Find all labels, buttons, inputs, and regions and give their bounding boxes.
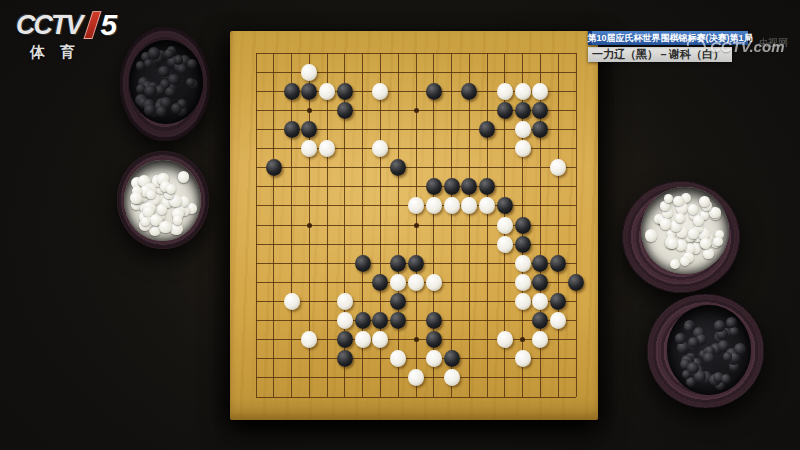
bowl-stone-white xyxy=(673,196,683,206)
stone-white xyxy=(408,197,424,214)
stone-white xyxy=(337,312,353,329)
bowl-stone-black xyxy=(714,320,725,331)
stone-white xyxy=(408,369,424,386)
bowl-stone-white xyxy=(178,172,190,184)
bowl-stone-black xyxy=(726,318,736,328)
stone-black xyxy=(532,255,548,272)
stone-white xyxy=(355,331,371,348)
bowl-stone-white xyxy=(645,229,657,241)
stone-white xyxy=(497,331,513,348)
bowl-stone-black xyxy=(186,78,195,87)
bowl-white-right xyxy=(622,181,740,293)
stone-black xyxy=(390,312,406,329)
stone-black xyxy=(284,121,300,138)
stone-black xyxy=(550,255,566,272)
stone-black xyxy=(532,312,548,329)
stone-white xyxy=(515,140,531,157)
bowl-stone-black xyxy=(156,106,168,118)
stones-layer xyxy=(230,31,598,420)
stone-white xyxy=(301,140,317,157)
cctv-logo-slash-icon xyxy=(83,11,101,39)
bowl-stone-black xyxy=(165,87,175,97)
stone-black xyxy=(390,255,406,272)
stone-black xyxy=(355,312,371,329)
bowl-stone-black xyxy=(177,64,187,74)
stone-black xyxy=(266,159,282,176)
bowl-stone-black xyxy=(158,66,170,78)
cctv5-logo: CCTV 5 体育 xyxy=(16,8,146,62)
stone-white xyxy=(532,83,548,100)
stone-black xyxy=(337,350,353,367)
bowl-stone-white xyxy=(664,194,673,203)
stone-black xyxy=(532,102,548,119)
stone-black xyxy=(372,274,388,291)
stone-white xyxy=(550,312,566,329)
stone-white xyxy=(444,197,460,214)
stone-black xyxy=(355,255,371,272)
bowl-stone-white xyxy=(159,221,171,233)
cctv-logo-subtitle: 体育 xyxy=(16,43,146,62)
bowl-stone-white xyxy=(166,184,176,194)
stone-white xyxy=(372,331,388,348)
bowl-stone-black xyxy=(148,47,160,59)
stone-white xyxy=(532,293,548,310)
stone-white xyxy=(497,217,513,234)
stone-white xyxy=(515,293,531,310)
stone-black xyxy=(515,102,531,119)
stone-white xyxy=(515,350,531,367)
bowl-black-right-opening xyxy=(667,305,751,395)
tv-frame: { "game": "go", "channel": { "logo_main"… xyxy=(0,0,800,450)
stone-black xyxy=(337,83,353,100)
cctv5-logo-row: CCTV 5 xyxy=(16,8,146,42)
bowl-stone-white xyxy=(688,228,699,239)
stone-black xyxy=(461,178,477,195)
stone-white xyxy=(337,293,353,310)
stone-black xyxy=(515,217,531,234)
stone-white xyxy=(390,274,406,291)
stone-black xyxy=(372,312,388,329)
stone-black xyxy=(479,178,495,195)
stone-white xyxy=(444,369,460,386)
stone-white xyxy=(461,197,477,214)
stone-white xyxy=(319,140,335,157)
stone-black xyxy=(479,121,495,138)
bowl-white-left-opening xyxy=(124,160,200,241)
stone-black xyxy=(550,293,566,310)
bowl-white-left xyxy=(117,151,209,249)
stone-white xyxy=(426,274,442,291)
bowl-stone-black xyxy=(187,59,197,69)
stone-black xyxy=(497,197,513,214)
stone-black xyxy=(461,83,477,100)
stone-black xyxy=(337,331,353,348)
bowl-stone-white xyxy=(699,196,709,206)
bowl-stone-black xyxy=(684,322,694,332)
stone-black xyxy=(301,83,317,100)
stone-white xyxy=(426,350,442,367)
stone-white xyxy=(515,274,531,291)
bowl-stone-black xyxy=(171,103,182,114)
stone-black xyxy=(426,331,442,348)
stone-white xyxy=(319,83,335,100)
bowl-stone-white xyxy=(693,215,704,226)
stone-white xyxy=(550,159,566,176)
stone-white xyxy=(497,83,513,100)
stone-white xyxy=(372,83,388,100)
stone-white xyxy=(515,255,531,272)
bowl-stone-black xyxy=(729,327,738,336)
bowl-stone-white xyxy=(157,204,167,214)
bowl-stone-white xyxy=(660,218,671,229)
cctv-logo-channel-number: 5 xyxy=(101,8,118,42)
stone-white xyxy=(390,350,406,367)
stone-black xyxy=(444,350,460,367)
bowl-stone-white xyxy=(680,256,690,266)
stone-white xyxy=(479,197,495,214)
stone-black xyxy=(390,293,406,310)
stone-white xyxy=(497,236,513,253)
stone-black xyxy=(532,274,548,291)
stone-black xyxy=(337,102,353,119)
stone-black xyxy=(497,102,513,119)
stone-white xyxy=(515,83,531,100)
stone-black xyxy=(426,83,442,100)
bowl-stone-black xyxy=(721,374,731,384)
stone-black xyxy=(390,159,406,176)
bowl-stone-black xyxy=(734,343,746,355)
stone-white xyxy=(284,293,300,310)
bowl-stone-black xyxy=(144,85,156,97)
stone-white xyxy=(515,121,531,138)
bowl-stone-white xyxy=(173,215,182,224)
stone-black xyxy=(444,178,460,195)
cctv-logo-text: CCTV xyxy=(16,10,82,41)
bowl-stone-white xyxy=(688,204,699,215)
stone-black xyxy=(532,121,548,138)
stone-white xyxy=(426,197,442,214)
bowl-stone-black xyxy=(136,61,145,70)
stone-white xyxy=(301,331,317,348)
stone-white xyxy=(372,140,388,157)
bowl-stone-black xyxy=(703,352,715,364)
go-board xyxy=(230,31,598,420)
stone-black xyxy=(426,178,442,195)
bowl-black-right xyxy=(647,294,764,408)
bowl-stone-white xyxy=(703,248,713,258)
stone-black xyxy=(426,312,442,329)
stone-black xyxy=(568,274,584,291)
bowl-stone-white xyxy=(713,237,722,246)
stone-white xyxy=(532,331,548,348)
stone-black xyxy=(515,236,531,253)
bowl-stone-black xyxy=(675,333,685,343)
stone-black xyxy=(408,255,424,272)
bowl-stone-white xyxy=(675,213,686,224)
stone-white xyxy=(301,64,317,81)
bowl-stone-white xyxy=(670,259,680,269)
stone-white xyxy=(408,274,424,291)
bowl-white-right-opening xyxy=(641,187,730,274)
cctv-watermark-cn: 央视网 xyxy=(758,36,788,50)
stone-black xyxy=(284,83,300,100)
stone-black xyxy=(301,121,317,138)
